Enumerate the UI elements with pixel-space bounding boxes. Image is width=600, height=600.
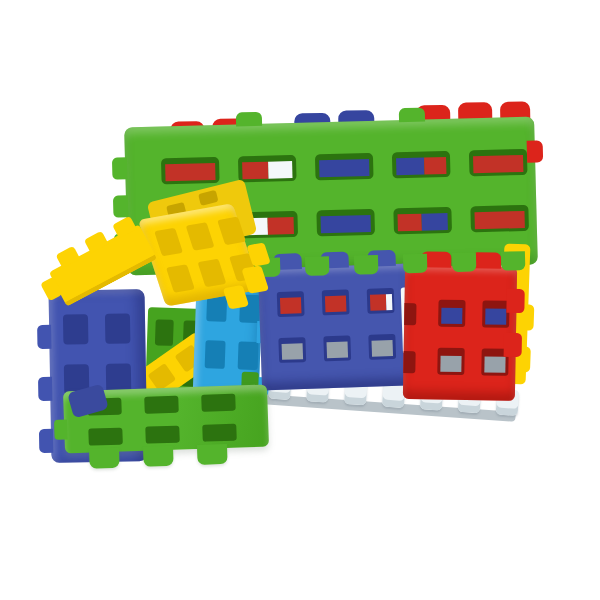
block-texture: [37, 325, 51, 349]
block-texture: [143, 446, 174, 467]
block-texture: [236, 112, 262, 127]
block-texture: [155, 319, 174, 346]
block-texture: [186, 222, 215, 251]
block-texture: [398, 214, 422, 232]
block-texture: [84, 231, 109, 254]
blue-front-panel: [258, 263, 412, 390]
block-texture: [404, 303, 416, 325]
block-texture: [473, 155, 523, 173]
block-texture: [504, 333, 522, 357]
block-texture: [145, 426, 180, 444]
block-texture: [88, 428, 123, 446]
block-texture: [113, 195, 129, 217]
block-texture: [197, 444, 228, 465]
red-front-panel: [403, 265, 517, 401]
block-texture: [38, 377, 52, 401]
block-texture: [242, 162, 268, 180]
block-texture: [506, 289, 524, 313]
block-texture: [527, 140, 544, 162]
block-texture: [56, 246, 81, 269]
block-texture: [112, 157, 128, 179]
block-texture: [403, 351, 415, 373]
block-texture: [424, 157, 446, 175]
block-texture: [325, 296, 347, 313]
block-texture: [386, 294, 393, 310]
block-texture: [105, 313, 131, 343]
block-texture: [370, 294, 387, 311]
block-texture: [484, 356, 505, 372]
block-texture: [372, 340, 394, 357]
block-texture: [452, 252, 476, 272]
block-texture: [282, 343, 304, 360]
block-texture: [321, 215, 371, 233]
block-texture: [501, 251, 525, 271]
block-texture: [202, 424, 237, 442]
block-texture: [166, 264, 195, 293]
block-texture: [280, 297, 302, 314]
block-texture: [327, 342, 349, 359]
block-texture: [198, 190, 218, 206]
block-texture: [396, 158, 424, 176]
block-texture: [198, 259, 227, 288]
block-texture: [440, 356, 461, 372]
product-photo: [0, 0, 600, 600]
block-texture: [154, 228, 183, 257]
block-texture: [63, 314, 89, 344]
block-texture: [354, 255, 378, 275]
block-texture: [268, 161, 292, 179]
block-texture: [201, 394, 236, 412]
block-texture: [144, 396, 179, 414]
block-texture: [165, 163, 215, 181]
block-texture: [474, 211, 524, 229]
block-texture: [205, 340, 226, 369]
block-texture: [39, 429, 53, 453]
block-texture: [421, 213, 447, 231]
block-texture: [268, 217, 294, 235]
block-texture: [89, 448, 120, 469]
block-texture: [54, 419, 68, 439]
block-texture: [485, 308, 506, 324]
block-texture: [305, 256, 329, 276]
block-texture: [403, 254, 427, 274]
block-texture: [441, 308, 462, 324]
block-texture: [238, 341, 259, 370]
block-texture: [319, 159, 369, 177]
block-texture: [399, 108, 425, 123]
